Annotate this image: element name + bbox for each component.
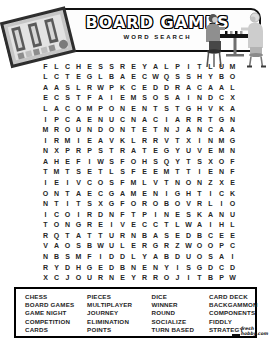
grid-cell-r3c2: A <box>51 82 62 93</box>
grid-cell-r19c9: L <box>128 251 139 262</box>
grid-cell-r2c9: E <box>128 72 139 83</box>
grid-cell-r2c7: B <box>106 72 117 83</box>
grid-cell-r21c6: R <box>95 272 106 283</box>
word-list-item: CARDS <box>25 326 87 334</box>
grid-cell-r6c5: E <box>84 114 95 125</box>
grid-cell-r16c1: T <box>40 220 51 231</box>
grid-cell-r15c18: U <box>227 209 238 220</box>
grid-cell-r12c11: V <box>150 177 161 188</box>
grid-cell-r11c9: F <box>128 167 139 178</box>
watermark-dash <box>232 334 240 336</box>
grid-cell-r10c16: X <box>205 156 216 167</box>
grid-cell-r16c16: I <box>205 220 216 231</box>
grid-cell-r14c8: F <box>117 198 128 209</box>
grid-cell-r2c17: B <box>216 72 227 83</box>
grid-cell-r3c8: K <box>117 82 128 93</box>
grid-cell-r9c4: R <box>73 146 84 157</box>
grid-cell-r4c6: A <box>95 93 106 104</box>
grid-cell-r1c15: T <box>194 61 205 72</box>
grid-cell-r7c15: N <box>194 124 205 135</box>
players-illustration <box>201 10 269 68</box>
word-list-item: WINNER <box>151 301 209 309</box>
grid-cell-r4c11: O <box>150 93 161 104</box>
grid-cell-r20c14: S <box>183 262 194 273</box>
grid-cell-r4c3: S <box>62 93 73 104</box>
grid-cell-r8c8: K <box>117 135 128 146</box>
grid-cell-r9c12: G <box>161 146 172 157</box>
word-list-item: GAME NIGHT <box>25 309 87 317</box>
grid-cell-r5c15: H <box>194 103 205 114</box>
grid-cell-r8c1: I <box>40 135 51 146</box>
watermark-line2: hobby.com <box>241 332 268 337</box>
word-list-item: SOCIALIZE <box>151 318 209 326</box>
grid-cell-r10c8: F <box>117 156 128 167</box>
grid-cell-r8c10: R <box>139 135 150 146</box>
grid-cell-r12c16: Z <box>205 177 216 188</box>
grid-cell-r13c1: O <box>40 188 51 199</box>
grid-cell-r4c10: S <box>139 93 150 104</box>
grid-cell-r10c10: H <box>139 156 150 167</box>
grid-cell-r8c12: V <box>161 135 172 146</box>
grid-cell-r11c14: T <box>183 167 194 178</box>
grid-cell-r8c9: L <box>128 135 139 146</box>
grid-cell-r1c16: L <box>205 61 216 72</box>
grid-cell-r5c10: N <box>139 103 150 114</box>
grid-cell-r19c11: A <box>150 251 161 262</box>
grid-cell-r4c15: N <box>194 93 205 104</box>
grid-cell-r6c7: U <box>106 114 117 125</box>
grid-cell-r9c18: N <box>227 146 238 157</box>
grid-cell-r7c1: M <box>40 124 51 135</box>
grid-cell-r5c17: K <box>216 103 227 114</box>
grid-cell-r12c5: C <box>84 177 95 188</box>
grid-cell-r12c18: E <box>227 177 238 188</box>
grid-cell-r8c13: T <box>172 135 183 146</box>
grid-cell-r16c9: E <box>128 220 139 231</box>
grid-cell-r13c9: M <box>128 188 139 199</box>
word-search-grid: FLCHESSREYALPITLUMLCTEGLBAECWQSSHYBOAASL… <box>40 61 238 283</box>
grid-cell-r16c5: R <box>84 220 95 231</box>
grid-cell-r1c7: S <box>106 61 117 72</box>
grid-cell-r15c9: T <box>128 209 139 220</box>
grid-cell-r7c3: O <box>62 124 73 135</box>
grid-cell-r2c6: L <box>95 72 106 83</box>
grid-cell-r1c6: S <box>95 61 106 72</box>
grid-cell-r14c4: T <box>73 198 84 209</box>
grid-cell-r6c2: P <box>51 114 62 125</box>
grid-cell-r16c14: W <box>183 220 194 231</box>
grid-cell-r18c18: C <box>227 241 238 252</box>
grid-cell-r1c17: U <box>216 61 227 72</box>
grid-cell-r18c3: O <box>62 241 73 252</box>
grid-cell-r13c18: K <box>227 188 238 199</box>
grid-cell-r19c8: D <box>117 251 128 262</box>
grid-cell-r6c12: I <box>161 114 172 125</box>
grid-cell-r20c6: E <box>95 262 106 273</box>
grid-cell-r14c16: L <box>205 198 216 209</box>
grid-cell-r19c12: B <box>161 251 172 262</box>
grid-cell-r14c14: V <box>183 198 194 209</box>
grid-cell-r9c17: M <box>216 146 227 157</box>
word-list-item: BACKGAMMON <box>209 301 255 309</box>
grid-cell-r17c8: R <box>117 230 128 241</box>
grid-cell-r5c1: L <box>40 103 51 114</box>
grid-cell-r7c7: O <box>106 124 117 135</box>
grid-cell-r8c16: N <box>205 135 216 146</box>
grid-cell-r7c16: C <box>205 124 216 135</box>
grid-cell-r16c18: L <box>227 220 238 231</box>
grid-cell-r14c5: S <box>84 198 95 209</box>
word-column-1: PIECESMULTIPLAYERJOURNEYELIMINATIONPOINT… <box>87 293 151 336</box>
grid-cell-r16c2: O <box>51 220 62 231</box>
grid-cell-r12c14: O <box>183 177 194 188</box>
grid-cell-r3c4: L <box>73 82 84 93</box>
grid-cell-r4c18: X <box>227 93 238 104</box>
grid-cell-r4c14: I <box>183 93 194 104</box>
grid-cell-r5c5: M <box>84 103 95 114</box>
grid-cell-r4c12: S <box>161 93 172 104</box>
grid-cell-r8c5: E <box>84 135 95 146</box>
grid-cell-r17c15: B <box>194 230 205 241</box>
grid-cell-r15c17: N <box>216 209 227 220</box>
grid-cell-r7c5: N <box>84 124 95 135</box>
grid-cell-r13c5: E <box>84 188 95 199</box>
watermark-logo: fresh hobby.com <box>241 327 268 336</box>
grid-cell-r6c16: T <box>205 114 216 125</box>
grid-cell-r18c17: P <box>216 241 227 252</box>
grid-cell-r18c12: R <box>161 241 172 252</box>
grid-cell-r6c3: C <box>62 114 73 125</box>
grid-cell-r15c10: P <box>139 209 150 220</box>
grid-cell-r18c1: V <box>40 241 51 252</box>
grid-cell-r7c13: J <box>172 124 183 135</box>
grid-cell-r11c1: T <box>40 167 51 178</box>
grid-cell-r13c10: E <box>139 188 150 199</box>
grid-cell-r10c17: O <box>216 156 227 167</box>
grid-cell-r11c8: S <box>117 167 128 178</box>
grid-cell-r16c3: N <box>62 220 73 231</box>
grid-cell-r10c7: S <box>106 156 117 167</box>
grid-cell-r1c10: Y <box>139 61 150 72</box>
grid-cell-r21c11: R <box>150 272 161 283</box>
grid-cell-r11c10: E <box>139 167 150 178</box>
grid-cell-r21c17: P <box>216 272 227 283</box>
grid-cell-r4c8: E <box>117 93 128 104</box>
grid-cell-r1c14: I <box>183 61 194 72</box>
grid-cell-r21c15: T <box>194 272 205 283</box>
grid-cell-r12c6: O <box>95 177 106 188</box>
grid-cell-r20c1: R <box>40 262 51 273</box>
grid-cell-r1c1: F <box>40 61 51 72</box>
word-list-item: MULTIPLAYER <box>87 301 151 309</box>
grid-cell-r21c2: C <box>51 272 62 283</box>
grid-cell-r3c11: D <box>150 82 161 93</box>
grid-cell-r6c15: R <box>194 114 205 125</box>
grid-cell-r11c11: E <box>150 167 161 178</box>
grid-cell-r20c18: D <box>227 262 238 273</box>
grid-cell-r17c13: E <box>172 230 183 241</box>
grid-cell-r13c16: I <box>205 188 216 199</box>
grid-cell-r19c14: U <box>183 251 194 262</box>
word-list-item: BOARD GAMES <box>25 301 87 309</box>
grid-cell-r13c17: C <box>216 188 227 199</box>
grid-cell-r12c9: M <box>128 177 139 188</box>
grid-cell-r4c17: C <box>216 93 227 104</box>
grid-cell-r8c7: V <box>106 135 117 146</box>
grid-cell-r9c13: Y <box>172 146 183 157</box>
grid-cell-r21c8: E <box>117 272 128 283</box>
grid-cell-r17c10: B <box>139 230 150 241</box>
grid-cell-r5c13: T <box>172 103 183 114</box>
grid-cell-r6c18: N <box>227 114 238 125</box>
grid-cell-r19c13: D <box>172 251 183 262</box>
grid-cell-r1c3: C <box>62 61 73 72</box>
grid-cell-r19c3: S <box>62 251 73 262</box>
grid-cell-r21c7: N <box>106 272 117 283</box>
grid-cell-r4c13: A <box>172 93 183 104</box>
grid-cell-r17c4: A <box>73 230 84 241</box>
word-list-item: COMPETITION <box>25 318 87 326</box>
grid-cell-r8c6: A <box>95 135 106 146</box>
grid-cell-r7c4: U <box>73 124 84 135</box>
grid-cell-r21c18: W <box>227 272 238 283</box>
grid-cell-r4c1: E <box>40 93 51 104</box>
grid-cell-r8c11: R <box>150 135 161 146</box>
grid-cell-r9c3: P <box>62 146 73 157</box>
grid-cell-r4c5: F <box>84 93 95 104</box>
grid-cell-r15c14: S <box>183 209 194 220</box>
grid-cell-r12c17: X <box>216 177 227 188</box>
grid-cell-r19c1: N <box>40 251 51 262</box>
grid-cell-r6c1: I <box>40 114 51 125</box>
grid-cell-r11c5: E <box>84 167 95 178</box>
word-search-worksheet: BOARD GAMES WORD SEARCH <box>0 0 270 350</box>
grid-cell-r14c17: I <box>216 198 227 209</box>
grid-cell-r14c15: R <box>194 198 205 209</box>
game-board-icon <box>0 4 79 69</box>
grid-cell-r5c4: O <box>73 103 84 114</box>
grid-cell-r6c9: N <box>128 114 139 125</box>
grid-cell-r15c2: C <box>51 209 62 220</box>
grid-cell-r19c7: D <box>106 251 117 262</box>
grid-cell-r10c9: O <box>128 156 139 167</box>
grid-cell-r7c10: E <box>139 124 150 135</box>
grid-cell-r17c17: E <box>216 230 227 241</box>
grid-cell-r5c14: G <box>183 103 194 114</box>
grid-cell-r14c12: B <box>161 198 172 209</box>
grid-cell-r1c4: H <box>73 61 84 72</box>
grid-cell-r21c3: J <box>62 272 73 283</box>
grid-cell-r9c15: V <box>194 146 205 157</box>
grid-cell-r11c17: N <box>216 167 227 178</box>
grid-cell-r2c14: S <box>183 72 194 83</box>
grid-cell-r18c10: R <box>139 241 150 252</box>
grid-cell-r15c16: A <box>205 209 216 220</box>
grid-cell-r4c4: T <box>73 93 84 104</box>
grid-cell-r10c13: Y <box>172 156 183 167</box>
grid-cell-r18c6: W <box>95 241 106 252</box>
grid-cell-r12c3: I <box>62 177 73 188</box>
grid-cell-r2c2: C <box>51 72 62 83</box>
grid-cell-r6c10: A <box>139 114 150 125</box>
grid-cell-r16c17: H <box>216 220 227 231</box>
grid-cell-r20c13: I <box>172 262 183 273</box>
grid-cell-r9c10: T <box>139 146 150 157</box>
grid-cell-r16c4: G <box>73 220 84 231</box>
grid-cell-r20c2: Y <box>51 262 62 273</box>
word-column-2: DICEWINNERROUNDSOCIALIZETURN BASED <box>151 293 209 336</box>
grid-cell-r20c4: H <box>73 262 84 273</box>
word-list-item: CARD DECK <box>209 293 255 301</box>
grid-cell-r5c3: C <box>62 103 73 114</box>
grid-cell-r19c5: F <box>84 251 95 262</box>
grid-cell-r2c10: C <box>139 72 150 83</box>
grid-cell-r18c4: S <box>73 241 84 252</box>
grid-cell-r16c13: L <box>172 220 183 231</box>
grid-cell-r7c6: D <box>95 124 106 135</box>
grid-cell-r8c15: I <box>194 135 205 146</box>
grid-cell-r19c17: A <box>216 251 227 262</box>
grid-cell-r14c9: O <box>128 198 139 209</box>
grid-cell-r7c8: N <box>117 124 128 135</box>
grid-cell-r12c12: T <box>161 177 172 188</box>
grid-cell-r1c5: E <box>84 61 95 72</box>
grid-cell-r20c15: G <box>194 262 205 273</box>
grid-cell-r14c13: O <box>172 198 183 209</box>
word-list-item: CHESS <box>25 293 87 301</box>
word-list-box: CHESSBOARD GAMESGAME NIGHTCOMPETITIONCAR… <box>14 287 257 338</box>
grid-cell-r5c11: T <box>150 103 161 114</box>
grid-cell-r1c13: P <box>172 61 183 72</box>
grid-cell-r12c4: V <box>73 177 84 188</box>
grid-cell-r9c16: E <box>205 146 216 157</box>
grid-cell-r18c14: W <box>183 241 194 252</box>
grid-cell-r3c16: A <box>205 82 216 93</box>
grid-cell-r15c8: F <box>117 209 128 220</box>
grid-cell-r2c5: G <box>84 72 95 83</box>
grid-cell-r10c2: H <box>51 156 62 167</box>
grid-cell-r19c18: I <box>227 251 238 262</box>
grid-cell-r15c1: I <box>40 209 51 220</box>
grid-cell-r6c6: N <box>95 114 106 125</box>
grid-cell-r5c6: P <box>95 103 106 114</box>
grid-cell-r20c12: Y <box>161 262 172 273</box>
grid-cell-r12c10: L <box>139 177 150 188</box>
grid-cell-r2c3: T <box>62 72 73 83</box>
grid-cell-r19c16: S <box>205 251 216 262</box>
grid-cell-r11c7: L <box>106 167 117 178</box>
grid-cell-r10c4: F <box>73 156 84 167</box>
grid-cell-r14c11: O <box>150 198 161 209</box>
grid-cell-r7c14: A <box>183 124 194 135</box>
grid-cell-r1c2: L <box>51 61 62 72</box>
grid-cell-r16c6: E <box>95 220 106 231</box>
grid-cell-r7c9: T <box>128 124 139 135</box>
grid-cell-r1c9: E <box>128 61 139 72</box>
grid-cell-r10c5: I <box>84 156 95 167</box>
grid-cell-r1c11: A <box>150 61 161 72</box>
grid-cell-r4c9: M <box>128 93 139 104</box>
grid-cell-r4c7: I <box>106 93 117 104</box>
grid-cell-r21c12: O <box>161 272 172 283</box>
grid-cell-r7c11: T <box>150 124 161 135</box>
grid-cell-r14c10: R <box>139 198 150 209</box>
grid-cell-r7c2: R <box>51 124 62 135</box>
grid-cell-r2c16: Y <box>205 72 216 83</box>
grid-cell-r8c4: I <box>73 135 84 146</box>
grid-cell-r13c2: N <box>51 188 62 199</box>
grid-cell-r20c10: E <box>139 262 150 273</box>
word-list-item: ROUND <box>151 309 209 317</box>
grid-cell-r21c14: I <box>183 272 194 283</box>
grid-cell-r5c16: V <box>205 103 216 114</box>
grid-cell-r13c4: A <box>73 188 84 199</box>
grid-cell-r12c8: F <box>117 177 128 188</box>
grid-cell-r19c10: Y <box>139 251 150 262</box>
grid-cell-r13c14: H <box>183 188 194 199</box>
grid-cell-r18c13: Z <box>172 241 183 252</box>
grid-cell-r13c15: T <box>194 188 205 199</box>
grid-cell-r19c2: B <box>51 251 62 262</box>
grid-cell-r13c13: G <box>172 188 183 199</box>
grid-cell-r6c8: C <box>117 114 128 125</box>
grid-cell-r21c9: Y <box>128 272 139 283</box>
grid-cell-r18c11: G <box>150 241 161 252</box>
grid-cell-r5c12: S <box>161 103 172 114</box>
grid-cell-r17c1: R <box>40 230 51 241</box>
grid-cell-r5c9: E <box>128 103 139 114</box>
grid-cell-r19c6: I <box>95 251 106 262</box>
grid-cell-r16c8: V <box>117 220 128 231</box>
grid-cell-r12c2: E <box>51 177 62 188</box>
grid-cell-r18c5: B <box>84 241 95 252</box>
grid-cell-r18c8: L <box>117 241 128 252</box>
grid-cell-r2c11: W <box>150 72 161 83</box>
grid-cell-r15c3: O <box>62 209 73 220</box>
grid-cell-r17c6: T <box>95 230 106 241</box>
grid-cell-r5c18: A <box>227 103 238 114</box>
grid-cell-r4c2: C <box>51 93 62 104</box>
word-list-item: FIDDLY <box>209 318 255 326</box>
grid-cell-r15c4: I <box>73 209 84 220</box>
grid-cell-r8c14: X <box>183 135 194 146</box>
grid-cell-r10c15: S <box>194 156 205 167</box>
grid-cell-r11c4: S <box>73 167 84 178</box>
grid-cell-r10c12: Q <box>161 156 172 167</box>
grid-cell-r17c7: U <box>106 230 117 241</box>
grid-cell-r5c7: O <box>106 103 117 114</box>
grid-cell-r20c9: N <box>128 262 139 273</box>
grid-cell-r7c17: A <box>216 124 227 135</box>
grid-cell-r8c3: M <box>62 135 73 146</box>
grid-cell-r14c6: X <box>95 198 106 209</box>
grid-cell-r2c8: A <box>117 72 128 83</box>
grid-cell-r11c2: M <box>51 167 62 178</box>
word-list-item: PIECES <box>87 293 151 301</box>
grid-cell-r9c7: T <box>106 146 117 157</box>
grid-cell-r18c7: U <box>106 241 117 252</box>
grid-cell-r12c13: N <box>172 177 183 188</box>
grid-cell-r1c18: M <box>227 61 238 72</box>
grid-cell-r3c3: S <box>62 82 73 93</box>
grid-cell-r15c7: N <box>106 209 117 220</box>
game-board-illustration <box>0 4 79 69</box>
word-list-item: JOURNEY <box>87 309 151 317</box>
grid-cell-r3c14: A <box>183 82 194 93</box>
grid-cell-r10c11: S <box>150 156 161 167</box>
grid-cell-r20c11: N <box>150 262 161 273</box>
grid-cell-r10c3: E <box>62 156 73 167</box>
